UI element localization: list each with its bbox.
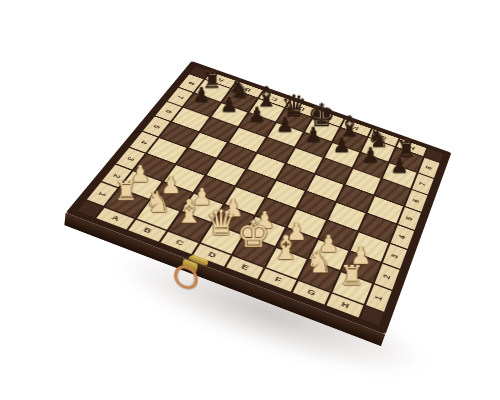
chess-board: ABCDEFGH8♜♞♝♛♚♝♞♜87♟♟♟♟♟♟♟♟7665544332♟♟♟… <box>66 61 452 334</box>
square-h6 <box>375 179 410 205</box>
file-label-near-F: F <box>274 276 283 284</box>
file-label-far-D: D <box>297 106 305 112</box>
rank-label-right-5: 5 <box>405 215 415 221</box>
photo-scene: ABCDEFGH8♜♞♝♛♚♝♞♜87♟♟♟♟♟♟♟♟7665544332♟♟♟… <box>0 0 500 400</box>
rank-label-right-4: 4 <box>398 234 408 240</box>
file-label-far-F: F <box>353 125 360 131</box>
file-label-near-E: E <box>240 263 250 271</box>
product-photo: ABCDEFGH8♜♞♝♛♚♝♞♜87♟♟♟♟♟♟♟♟7665544332♟♟♟… <box>0 0 500 400</box>
rank-label-left-1: 1 <box>97 191 108 197</box>
rank-label-right-2: 2 <box>382 273 392 280</box>
file-label-near-D: D <box>207 251 217 259</box>
file-label-far-C: C <box>270 96 278 102</box>
file-label-far-E: E <box>325 115 332 121</box>
file-label-near-A: A <box>110 215 121 223</box>
coordinate-cell: 5 <box>143 116 170 136</box>
file-label-far-H: H <box>408 144 415 150</box>
rank-label-right-1: 1 <box>374 294 385 301</box>
square-g4 <box>328 203 365 231</box>
rank-label-right-6: 6 <box>412 198 421 204</box>
rank-label-left-2: 2 <box>111 173 122 179</box>
rank-label-left-8: 8 <box>187 81 196 86</box>
rank-label-left-3: 3 <box>125 156 135 162</box>
rank-label-left-7: 7 <box>175 94 184 99</box>
square-h2: ♟ <box>342 252 381 283</box>
coordinate-cell: 5 <box>398 207 421 230</box>
file-label-far-A: A <box>217 77 225 83</box>
coordinate-cell: 3 <box>116 148 144 170</box>
file-label-far-G: G <box>380 134 388 140</box>
file-label-far-B: B <box>243 87 251 93</box>
rank-label-right-8: 8 <box>425 165 434 170</box>
file-label-near-G: G <box>306 288 316 297</box>
coordinate-cell: A <box>206 72 236 88</box>
rank-label-right-3: 3 <box>390 253 400 259</box>
file-label-near-C: C <box>174 239 184 247</box>
file-label-near-H: H <box>340 301 350 310</box>
rank-label-left-5: 5 <box>152 124 162 129</box>
rank-label-left-4: 4 <box>139 139 149 145</box>
rank-label-right-7: 7 <box>418 181 427 187</box>
file-label-near-B: B <box>142 227 153 235</box>
square-h3 <box>351 232 388 261</box>
rank-label-left-6: 6 <box>164 109 174 114</box>
